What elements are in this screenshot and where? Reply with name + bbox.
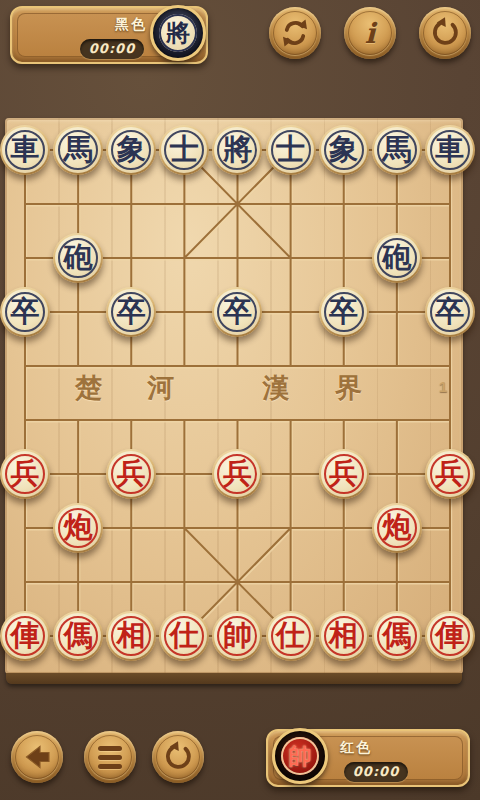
board-point-g5[interactable] xyxy=(317,393,370,447)
piece-face: 象 xyxy=(108,127,154,173)
board-point-e5[interactable] xyxy=(211,393,264,447)
piece-face: 將 xyxy=(214,127,260,173)
piece-face: 相 xyxy=(321,613,367,659)
piece-red-C-h3[interactable]: 炮 xyxy=(372,503,422,553)
black-general-badge-glyph: 將 xyxy=(159,14,197,52)
board-point-b8[interactable]: 砲 xyxy=(52,231,105,285)
board-point-c9[interactable] xyxy=(105,177,158,231)
board-point-a8[interactable] xyxy=(0,231,52,285)
piece-face: 車 xyxy=(427,127,473,173)
piece-face: 卒 xyxy=(427,289,473,335)
board-point-g2[interactable] xyxy=(317,555,370,609)
board-point-b1[interactable]: 傌 xyxy=(52,609,105,663)
board-point-g7[interactable]: 卒 xyxy=(317,285,370,339)
board-point-d2[interactable] xyxy=(158,555,211,609)
board-point-h5[interactable] xyxy=(370,393,423,447)
swap-sides-button[interactable] xyxy=(269,7,321,59)
board-point-f8[interactable] xyxy=(264,231,317,285)
piece-red-P-i4[interactable]: 兵 xyxy=(425,449,475,499)
piece-face: 帥 xyxy=(214,613,260,659)
board-point-c5[interactable] xyxy=(105,393,158,447)
menu-button[interactable] xyxy=(84,731,136,783)
piece-black-R-i10[interactable]: 車 xyxy=(425,125,475,175)
piece-black-N-h10[interactable]: 馬 xyxy=(372,125,422,175)
piece-red-R-i1[interactable]: 俥 xyxy=(425,611,475,661)
piece-red-N-b1[interactable]: 傌 xyxy=(53,611,103,661)
piece-face: 俥 xyxy=(2,613,48,659)
board-point-e2[interactable] xyxy=(211,555,264,609)
piece-face: 車 xyxy=(2,127,48,173)
piece-face: 兵 xyxy=(321,451,367,497)
board-point-b3[interactable]: 炮 xyxy=(52,501,105,555)
piece-face: 卒 xyxy=(108,289,154,335)
board-point-i6[interactable] xyxy=(423,339,476,393)
board-point-h4[interactable] xyxy=(370,447,423,501)
piece-red-N-h1[interactable]: 傌 xyxy=(372,611,422,661)
board-point-f5[interactable] xyxy=(264,393,317,447)
piece-face: 士 xyxy=(161,127,207,173)
board-point-g1[interactable]: 相 xyxy=(317,609,370,663)
board-point-h2[interactable] xyxy=(370,555,423,609)
piece-face: 兵 xyxy=(108,451,154,497)
piece-black-P-g7[interactable]: 卒 xyxy=(319,287,369,337)
red-general-badge-glyph: 帥 xyxy=(281,737,319,775)
board-point-b5[interactable] xyxy=(52,393,105,447)
board-point-e3[interactable] xyxy=(211,501,264,555)
board-point-h10[interactable]: 馬 xyxy=(370,123,423,177)
piece-face: 象 xyxy=(321,127,367,173)
piece-black-C-h8[interactable]: 砲 xyxy=(372,233,422,283)
board-point-a10[interactable]: 車 xyxy=(0,123,52,177)
board-point-a9[interactable] xyxy=(0,177,52,231)
piece-face: 炮 xyxy=(374,505,420,551)
board-point-a7[interactable]: 卒 xyxy=(0,285,52,339)
piece-black-P-e7[interactable]: 卒 xyxy=(212,287,262,337)
board-point-i10[interactable]: 車 xyxy=(423,123,476,177)
board-point-i8[interactable] xyxy=(423,231,476,285)
board-point-f6[interactable] xyxy=(264,339,317,393)
board-point-d5[interactable] xyxy=(158,393,211,447)
board-point-a4[interactable]: 兵 xyxy=(0,447,52,501)
board-point-a2[interactable] xyxy=(0,555,52,609)
board-point-f9[interactable] xyxy=(264,177,317,231)
piece-black-P-i7[interactable]: 卒 xyxy=(425,287,475,337)
black-general-badge: 將 xyxy=(150,5,206,61)
board-point-d3[interactable] xyxy=(158,501,211,555)
red-general-badge: 帥 xyxy=(272,728,328,784)
menu-icon xyxy=(98,746,122,769)
board-point-a1[interactable]: 俥 xyxy=(0,609,52,663)
piece-face: 卒 xyxy=(214,289,260,335)
piece-red-R-a1[interactable]: 俥 xyxy=(0,611,50,661)
board-point-i1[interactable]: 俥 xyxy=(423,609,476,663)
board-points-grid: 車馬象士將士象馬車砲砲卒卒卒卒卒兵兵兵兵兵炮炮俥傌相仕帥仕相傌俥 xyxy=(0,123,476,663)
board-point-g3[interactable] xyxy=(317,501,370,555)
piece-red-P-a4[interactable]: 兵 xyxy=(0,449,50,499)
board-point-e6[interactable] xyxy=(211,339,264,393)
board-point-e7[interactable]: 卒 xyxy=(211,285,264,339)
board-point-c6[interactable] xyxy=(105,339,158,393)
piece-face: 砲 xyxy=(374,235,420,281)
piece-black-P-c7[interactable]: 卒 xyxy=(106,287,156,337)
board-point-f1[interactable]: 仕 xyxy=(264,609,317,663)
board-point-a3[interactable] xyxy=(0,501,52,555)
info-icon: i xyxy=(365,17,376,50)
piece-red-A-d1[interactable]: 仕 xyxy=(159,611,209,661)
board-point-h8[interactable]: 砲 xyxy=(370,231,423,285)
board-point-g9[interactable] xyxy=(317,177,370,231)
board-point-h9[interactable] xyxy=(370,177,423,231)
piece-red-A-f1[interactable]: 仕 xyxy=(266,611,316,661)
piece-face: 卒 xyxy=(321,289,367,335)
back-button[interactable] xyxy=(11,731,63,783)
board-point-b6[interactable] xyxy=(52,339,105,393)
piece-face: 傌 xyxy=(374,613,420,659)
board-point-c7[interactable]: 卒 xyxy=(105,285,158,339)
board-point-i3[interactable] xyxy=(423,501,476,555)
piece-face: 兵 xyxy=(214,451,260,497)
piece-red-B-g1[interactable]: 相 xyxy=(319,611,369,661)
piece-face: 兵 xyxy=(427,451,473,497)
piece-face: 士 xyxy=(268,127,314,173)
board-point-g4[interactable]: 兵 xyxy=(317,447,370,501)
board-point-b10[interactable]: 馬 xyxy=(52,123,105,177)
piece-face: 仕 xyxy=(161,613,207,659)
board-point-i4[interactable]: 兵 xyxy=(423,447,476,501)
board-point-c4[interactable]: 兵 xyxy=(105,447,158,501)
board-point-e9[interactable] xyxy=(211,177,264,231)
black-player-timer: 00:00 xyxy=(80,39,144,59)
piece-black-N-b10[interactable]: 馬 xyxy=(53,125,103,175)
piece-black-A-f10[interactable]: 士 xyxy=(266,125,316,175)
board-point-d7[interactable] xyxy=(158,285,211,339)
piece-face: 馬 xyxy=(374,127,420,173)
board-point-d1[interactable]: 仕 xyxy=(158,609,211,663)
piece-face: 砲 xyxy=(55,235,101,281)
board-point-h6[interactable] xyxy=(370,339,423,393)
board-point-e10[interactable]: 將 xyxy=(211,123,264,177)
board-point-c1[interactable]: 相 xyxy=(105,609,158,663)
board-point-b4[interactable] xyxy=(52,447,105,501)
piece-black-B-g10[interactable]: 象 xyxy=(319,125,369,175)
board-point-d8[interactable] xyxy=(158,231,211,285)
piece-face: 俥 xyxy=(427,613,473,659)
piece-face: 兵 xyxy=(2,451,48,497)
piece-face: 傌 xyxy=(55,613,101,659)
board-point-h1[interactable]: 傌 xyxy=(370,609,423,663)
board-point-i9[interactable] xyxy=(423,177,476,231)
piece-red-P-e4[interactable]: 兵 xyxy=(212,449,262,499)
swap-sides-icon xyxy=(277,15,313,51)
undo-icon xyxy=(160,739,196,775)
board-point-a6[interactable] xyxy=(0,339,52,393)
board-point-f2[interactable] xyxy=(264,555,317,609)
piece-black-K-e10[interactable]: 將 xyxy=(212,125,262,175)
board-point-d4[interactable] xyxy=(158,447,211,501)
piece-face: 相 xyxy=(108,613,154,659)
red-player-label: 红色 xyxy=(340,739,372,757)
piece-black-B-c10[interactable]: 象 xyxy=(106,125,156,175)
piece-black-P-a7[interactable]: 卒 xyxy=(0,287,50,337)
board-point-a5[interactable] xyxy=(0,393,52,447)
board-point-d6[interactable] xyxy=(158,339,211,393)
board-point-h3[interactable]: 炮 xyxy=(370,501,423,555)
board-point-e8[interactable] xyxy=(211,231,264,285)
board-point-d9[interactable] xyxy=(158,177,211,231)
restart-button[interactable] xyxy=(419,7,471,59)
piece-black-C-b8[interactable]: 砲 xyxy=(53,233,103,283)
xiangqi-board: 楚 河 漢 界 1 車馬象士將士象馬車砲砲卒卒卒卒卒兵兵兵兵兵炮炮俥傌相仕帥仕相… xyxy=(5,118,463,674)
board-point-i7[interactable]: 卒 xyxy=(423,285,476,339)
board-point-d10[interactable]: 士 xyxy=(158,123,211,177)
board-point-b9[interactable] xyxy=(52,177,105,231)
board-point-f10[interactable]: 士 xyxy=(264,123,317,177)
piece-red-C-b3[interactable]: 炮 xyxy=(53,503,103,553)
board-point-b7[interactable] xyxy=(52,285,105,339)
board-point-c10[interactable]: 象 xyxy=(105,123,158,177)
piece-face: 馬 xyxy=(55,127,101,173)
board-point-f7[interactable] xyxy=(264,285,317,339)
board-point-f4[interactable] xyxy=(264,447,317,501)
board-point-e1[interactable]: 帥 xyxy=(211,609,264,663)
piece-black-A-d10[interactable]: 士 xyxy=(159,125,209,175)
undo-button[interactable] xyxy=(152,731,204,783)
board-point-g6[interactable] xyxy=(317,339,370,393)
xiangqi-app: { "game": "xiangqi", "position": { "fen"… xyxy=(0,0,480,800)
board-point-g8[interactable] xyxy=(317,231,370,285)
piece-red-P-g4[interactable]: 兵 xyxy=(319,449,369,499)
board-point-i5[interactable] xyxy=(423,393,476,447)
black-player-label: 黑色 xyxy=(115,16,147,34)
board-point-c2[interactable] xyxy=(105,555,158,609)
board-point-b2[interactable] xyxy=(52,555,105,609)
board-point-i2[interactable] xyxy=(423,555,476,609)
board-point-c3[interactable] xyxy=(105,501,158,555)
piece-face: 卒 xyxy=(2,289,48,335)
info-button[interactable]: i xyxy=(344,7,396,59)
back-icon xyxy=(19,739,55,775)
board-point-c8[interactable] xyxy=(105,231,158,285)
piece-face: 仕 xyxy=(268,613,314,659)
piece-red-K-e1[interactable]: 帥 xyxy=(212,611,262,661)
board-point-f3[interactable] xyxy=(264,501,317,555)
piece-red-P-c4[interactable]: 兵 xyxy=(106,449,156,499)
red-player-timer: 00:00 xyxy=(344,762,408,782)
piece-black-R-a10[interactable]: 車 xyxy=(0,125,50,175)
piece-red-B-c1[interactable]: 相 xyxy=(106,611,156,661)
board-point-g10[interactable]: 象 xyxy=(317,123,370,177)
board-point-h7[interactable] xyxy=(370,285,423,339)
restart-icon xyxy=(427,15,463,51)
board-point-e4[interactable]: 兵 xyxy=(211,447,264,501)
piece-face: 炮 xyxy=(55,505,101,551)
